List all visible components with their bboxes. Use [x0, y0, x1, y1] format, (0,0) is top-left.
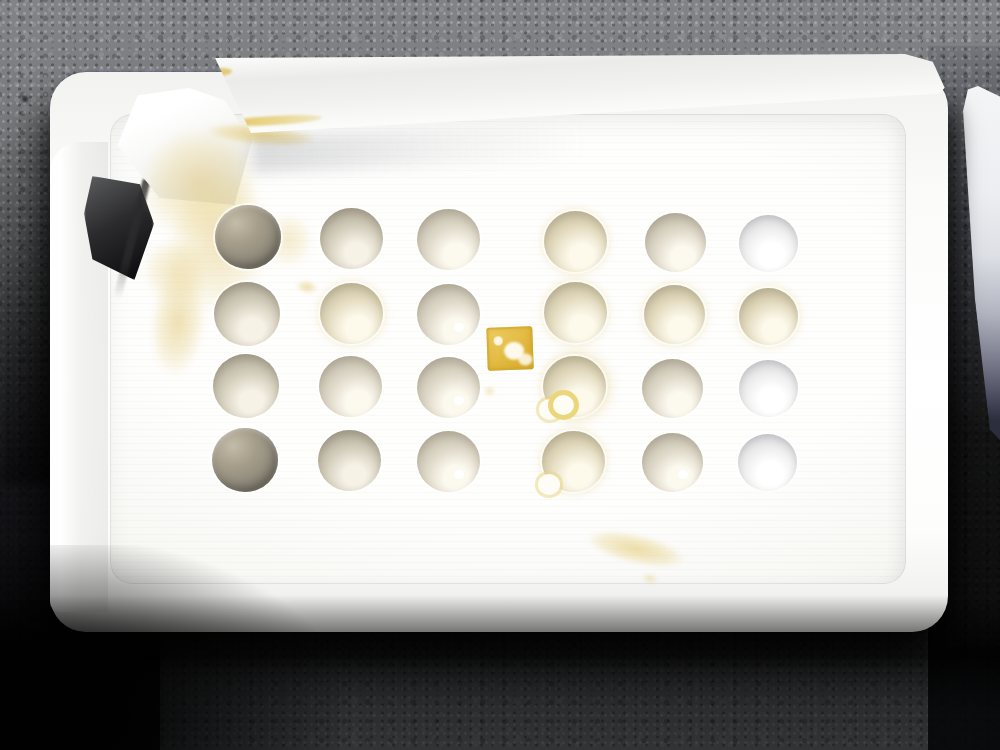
well-r1c6	[739, 215, 798, 272]
well-r3c5	[642, 359, 703, 418]
granite-pit	[22, 96, 28, 102]
well-r3c2	[319, 356, 382, 417]
well-r4c5	[642, 433, 703, 492]
well-r2c1	[214, 282, 280, 346]
paint-ring-droplet	[548, 390, 579, 420]
well-r3c3	[417, 357, 480, 418]
well-r3c6	[739, 360, 798, 417]
well-r2c3	[417, 284, 480, 345]
well-r1c5	[645, 213, 706, 272]
photo-scene	[0, 0, 1000, 750]
well-r4c1	[212, 428, 278, 492]
smear-dot-below-square	[484, 386, 495, 396]
well-r4c6	[738, 434, 797, 491]
well-r2c5	[644, 285, 705, 344]
well-r2c4	[544, 282, 607, 343]
well-r4c4	[542, 431, 605, 492]
center-square-hole	[486, 326, 533, 371]
well-r2c6	[739, 288, 798, 345]
well-r1c2	[320, 208, 383, 269]
well-r1c3	[417, 209, 480, 270]
well-r4c3	[417, 431, 480, 492]
well-r1c1	[215, 205, 281, 269]
well-r3c1	[213, 354, 279, 418]
well-r2c2	[320, 283, 383, 344]
well-r4c2	[318, 430, 381, 491]
well-r1c4	[544, 211, 607, 272]
